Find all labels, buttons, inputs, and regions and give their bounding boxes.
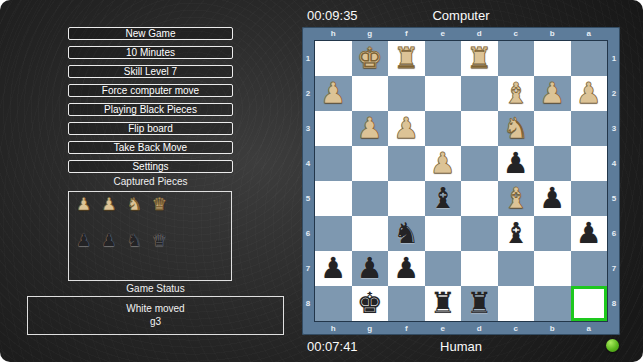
piece-white-rook: ♜ (466, 44, 492, 73)
square-b5[interactable]: ♟ (534, 181, 571, 216)
square-e3[interactable] (425, 111, 462, 146)
computer-label: Computer (302, 9, 620, 22)
captured-black-pawn: ♟ (76, 232, 91, 249)
square-c3[interactable]: ♞ (498, 111, 535, 146)
chess-board: hgfedcba 12345678 ♚♜♜♟♝♟♟♟♟♞♟♟♝♝♟♞♝♟♟♟♟♚… (302, 27, 620, 335)
file-label-h: h (315, 27, 352, 40)
captured-white-pawn: ♟ (101, 196, 116, 213)
captured-pieces-box: ♟♟♞♛ ♟♟♞♛ (68, 191, 232, 281)
square-h7[interactable]: ♟ (315, 251, 352, 286)
square-e7[interactable] (425, 251, 462, 286)
piece-white-king: ♚ (357, 44, 383, 73)
captured-black-queen: ♛ (152, 232, 167, 249)
captured-white-queen: ♛ (152, 196, 167, 213)
square-c5[interactable]: ♝ (498, 181, 535, 216)
piece-white-pawn: ♟ (320, 79, 346, 108)
rank-label-7: 7 (302, 251, 314, 286)
file-label-b: b (534, 322, 571, 335)
square-c1[interactable] (498, 41, 535, 76)
captured-white-knight: ♞ (127, 196, 142, 213)
file-label-b: b (534, 27, 571, 40)
square-g3[interactable]: ♟ (352, 111, 389, 146)
piece-white-pawn: ♟ (430, 149, 456, 178)
piece-black-bishop: ♝ (503, 219, 529, 248)
file-label-f: f (388, 322, 425, 335)
rank-label-8: 8 (608, 286, 620, 321)
piece-black-bishop: ♝ (430, 184, 456, 213)
square-g1[interactable]: ♚ (352, 41, 389, 76)
piece-white-pawn: ♟ (539, 79, 565, 108)
game-status-title: Game Status (27, 283, 284, 294)
file-labels-bottom: hgfedcba (315, 322, 607, 335)
flip-board-button[interactable]: Flip board (68, 122, 233, 135)
file-label-d: d (461, 27, 498, 40)
piece-white-bishop: ♝ (503, 184, 529, 213)
square-b6[interactable] (534, 216, 571, 251)
square-d8[interactable]: ♜ (461, 286, 498, 321)
rank-label-5: 5 (302, 181, 314, 216)
square-c2[interactable]: ♝ (498, 76, 535, 111)
captured-black-pawn: ♟ (101, 232, 116, 249)
rank-label-3: 3 (302, 111, 314, 146)
file-label-e: e (425, 27, 462, 40)
square-a2[interactable]: ♟ (571, 76, 608, 111)
status-line-2: g3 (28, 317, 283, 327)
rank-label-6: 6 (302, 216, 314, 251)
square-d4[interactable] (461, 146, 498, 181)
square-a8[interactable] (571, 286, 608, 321)
piece-white-pawn: ♟ (393, 114, 419, 143)
square-b7[interactable] (534, 251, 571, 286)
square-b8[interactable] (534, 286, 571, 321)
file-label-c: c (498, 27, 535, 40)
square-c8[interactable] (498, 286, 535, 321)
square-d6[interactable] (461, 216, 498, 251)
square-h1[interactable] (315, 41, 352, 76)
square-c6[interactable]: ♝ (498, 216, 535, 251)
square-b2[interactable]: ♟ (534, 76, 571, 111)
square-e5[interactable]: ♝ (425, 181, 462, 216)
game-status-box: White moved g3 (27, 296, 284, 335)
file-label-h: h (315, 322, 352, 335)
file-label-g: g (352, 322, 389, 335)
captured-black-knight: ♞ (127, 232, 142, 249)
square-f7[interactable]: ♟ (388, 251, 425, 286)
take-back-move-button[interactable]: Take Back Move (68, 141, 233, 154)
rank-label-3: 3 (608, 111, 620, 146)
piece-black-king: ♚ (357, 289, 383, 318)
square-d3[interactable] (461, 111, 498, 146)
rank-label-7: 7 (608, 251, 620, 286)
settings-button[interactable]: Settings (68, 160, 233, 173)
square-g7[interactable]: ♟ (352, 251, 389, 286)
piece-white-knight: ♞ (503, 114, 529, 143)
square-d5[interactable] (461, 181, 498, 216)
file-label-a: a (571, 27, 608, 40)
square-a6[interactable]: ♟ (571, 216, 608, 251)
piece-black-pawn: ♟ (576, 219, 602, 248)
captured-white-row: ♟♟♞♛ (76, 196, 167, 213)
square-f5[interactable] (388, 181, 425, 216)
status-line-1: White moved (28, 304, 283, 314)
rank-label-5: 5 (608, 181, 620, 216)
rank-labels-left: 12345678 (302, 41, 314, 321)
square-f4[interactable] (388, 146, 425, 181)
square-b1[interactable] (534, 41, 571, 76)
square-g5[interactable] (352, 181, 389, 216)
piece-white-pawn: ♟ (357, 114, 383, 143)
square-f8[interactable] (388, 286, 425, 321)
board-grid: ♚♜♜♟♝♟♟♟♟♞♟♟♝♝♟♞♝♟♟♟♟♚♜♜ (314, 40, 608, 322)
piece-black-rook: ♜ (466, 289, 492, 318)
square-h8[interactable] (315, 286, 352, 321)
square-h4[interactable] (315, 146, 352, 181)
human-label: Human (302, 340, 620, 353)
file-label-f: f (388, 27, 425, 40)
piece-black-pawn: ♟ (357, 254, 383, 283)
captured-black-row: ♟♟♞♛ (76, 232, 167, 249)
force-computer-move-button[interactable]: Force computer move (68, 84, 233, 97)
rank-label-4: 4 (608, 146, 620, 181)
square-c7[interactable] (498, 251, 535, 286)
square-e8[interactable]: ♜ (425, 286, 462, 321)
rank-label-1: 1 (302, 41, 314, 76)
square-d1[interactable]: ♜ (461, 41, 498, 76)
rank-label-2: 2 (608, 76, 620, 111)
square-e1[interactable] (425, 41, 462, 76)
square-e4[interactable]: ♟ (425, 146, 462, 181)
square-h6[interactable] (315, 216, 352, 251)
rank-label-2: 2 (302, 76, 314, 111)
file-label-e: e (425, 322, 462, 335)
square-a1[interactable] (571, 41, 608, 76)
square-e2[interactable] (425, 76, 462, 111)
square-h2[interactable]: ♟ (315, 76, 352, 111)
file-label-d: d (461, 322, 498, 335)
square-f2[interactable] (388, 76, 425, 111)
square-g2[interactable] (352, 76, 389, 111)
skill-level-7-button[interactable]: Skill Level 7 (68, 65, 233, 78)
piece-black-pawn: ♟ (539, 184, 565, 213)
square-a3[interactable] (571, 111, 608, 146)
square-h5[interactable] (315, 181, 352, 216)
rank-label-4: 4 (302, 146, 314, 181)
square-h3[interactable] (315, 111, 352, 146)
piece-black-pawn: ♟ (320, 254, 346, 283)
captured-white-pawn: ♟ (76, 196, 91, 213)
square-g6[interactable] (352, 216, 389, 251)
piece-black-pawn: ♟ (503, 149, 529, 178)
file-label-g: g (352, 27, 389, 40)
piece-black-pawn: ♟ (393, 254, 419, 283)
piece-black-rook: ♜ (430, 289, 456, 318)
chess-app-window: New Game10 MinutesSkill Level 7Force com… (0, 0, 643, 362)
rank-label-6: 6 (608, 216, 620, 251)
sidebar-buttons: New Game10 MinutesSkill Level 7Force com… (68, 27, 233, 173)
square-g4[interactable] (352, 146, 389, 181)
square-f3[interactable]: ♟ (388, 111, 425, 146)
square-a5[interactable] (571, 181, 608, 216)
square-e6[interactable] (425, 216, 462, 251)
square-b4[interactable] (534, 146, 571, 181)
new-game-button[interactable]: New Game (68, 27, 233, 40)
file-label-a: a (571, 322, 608, 335)
square-a4[interactable] (571, 146, 608, 181)
square-b3[interactable] (534, 111, 571, 146)
square-d2[interactable] (461, 76, 498, 111)
square-g8[interactable]: ♚ (352, 286, 389, 321)
square-a7[interactable] (571, 251, 608, 286)
square-c4[interactable]: ♟ (498, 146, 535, 181)
piece-black-knight: ♞ (393, 219, 419, 248)
piece-white-pawn: ♟ (576, 79, 602, 108)
turn-indicator-dot (606, 339, 619, 352)
10-minutes-button[interactable]: 10 Minutes (68, 46, 233, 59)
playing-black-pieces-button[interactable]: Playing Black Pieces (68, 103, 233, 116)
square-f1[interactable]: ♜ (388, 41, 425, 76)
square-d7[interactable] (461, 251, 498, 286)
rank-label-8: 8 (302, 286, 314, 321)
square-f6[interactable]: ♞ (388, 216, 425, 251)
piece-white-rook: ♜ (393, 44, 419, 73)
file-label-c: c (498, 322, 535, 335)
piece-white-bishop: ♝ (503, 79, 529, 108)
captured-pieces-title: Captured Pieces (68, 176, 233, 187)
rank-label-1: 1 (608, 41, 620, 76)
file-labels-top: hgfedcba (315, 27, 607, 40)
rank-labels-right: 12345678 (608, 41, 620, 321)
